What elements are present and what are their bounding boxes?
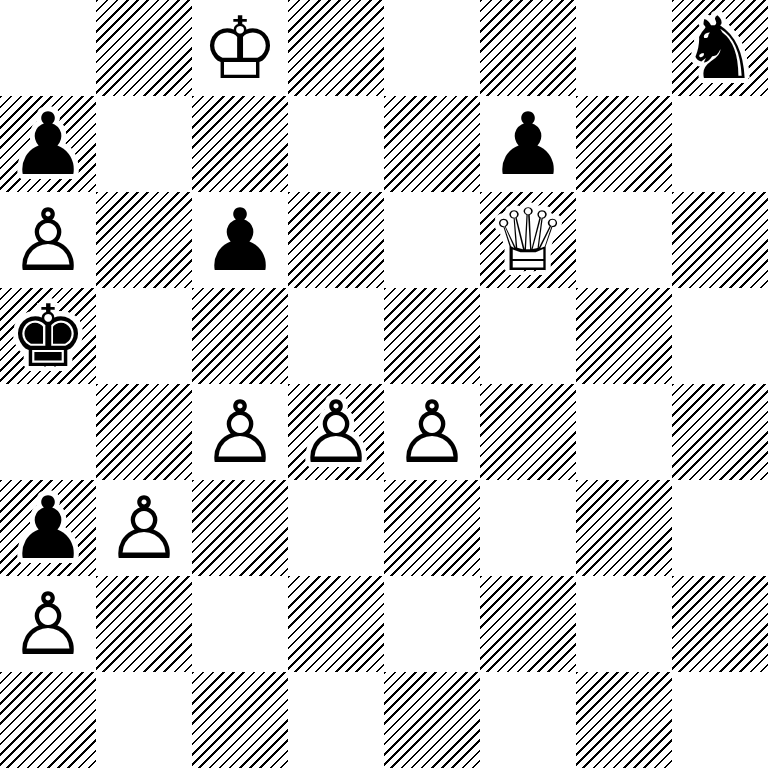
square-h6[interactable]: [672, 192, 768, 288]
square-h5[interactable]: [672, 288, 768, 384]
square-g1[interactable]: [576, 672, 672, 768]
square-h7[interactable]: [672, 96, 768, 192]
black-knight-piece: ♞♞: [672, 0, 768, 96]
square-d7[interactable]: [288, 96, 384, 192]
square-b6[interactable]: [96, 192, 192, 288]
square-c7[interactable]: [192, 96, 288, 192]
piece-glyph: ♙: [192, 384, 288, 480]
piece-glyph: ♙: [384, 384, 480, 480]
square-e3[interactable]: [384, 480, 480, 576]
square-f2[interactable]: [480, 576, 576, 672]
square-g3[interactable]: [576, 480, 672, 576]
white-pawn-piece: ♟♙: [192, 384, 288, 480]
square-d6[interactable]: [288, 192, 384, 288]
piece-glyph: ♟: [192, 192, 288, 288]
square-b7[interactable]: [96, 96, 192, 192]
square-f6[interactable]: ♛♕: [480, 192, 576, 288]
square-d3[interactable]: [288, 480, 384, 576]
square-a4[interactable]: [0, 384, 96, 480]
piece-glyph: ♟: [0, 96, 96, 192]
square-f5[interactable]: [480, 288, 576, 384]
square-a7[interactable]: ♟♟: [0, 96, 96, 192]
piece-glyph: ♙: [288, 384, 384, 480]
square-h3[interactable]: [672, 480, 768, 576]
square-e6[interactable]: [384, 192, 480, 288]
black-king-piece: ♚♚: [0, 288, 96, 384]
white-queen-piece: ♛♕: [480, 192, 576, 288]
chess-board: ♚♔♞♞♟♟♟♟♟♙♟♟♛♕♚♚♟♙♟♙♟♙♟♟♟♙♟♙: [0, 0, 768, 768]
square-h4[interactable]: [672, 384, 768, 480]
piece-glyph: ♞: [672, 0, 768, 96]
square-d8[interactable]: [288, 0, 384, 96]
white-pawn-piece: ♟♙: [288, 384, 384, 480]
square-f7[interactable]: ♟♟: [480, 96, 576, 192]
square-h8[interactable]: ♞♞: [672, 0, 768, 96]
piece-glyph: ♟: [480, 96, 576, 192]
square-a6[interactable]: ♟♙: [0, 192, 96, 288]
square-b2[interactable]: [96, 576, 192, 672]
square-c6[interactable]: ♟♟: [192, 192, 288, 288]
square-c8[interactable]: ♚♔: [192, 0, 288, 96]
square-a8[interactable]: [0, 0, 96, 96]
black-pawn-piece: ♟♟: [480, 96, 576, 192]
square-b8[interactable]: [96, 0, 192, 96]
square-c2[interactable]: [192, 576, 288, 672]
square-c1[interactable]: [192, 672, 288, 768]
square-g2[interactable]: [576, 576, 672, 672]
square-c5[interactable]: [192, 288, 288, 384]
square-d2[interactable]: [288, 576, 384, 672]
square-g5[interactable]: [576, 288, 672, 384]
square-b1[interactable]: [96, 672, 192, 768]
square-a2[interactable]: ♟♙: [0, 576, 96, 672]
black-pawn-piece: ♟♟: [0, 480, 96, 576]
square-a1[interactable]: [0, 672, 96, 768]
square-c4[interactable]: ♟♙: [192, 384, 288, 480]
piece-glyph: ♕: [480, 192, 576, 288]
piece-glyph: ♔: [192, 0, 288, 96]
white-pawn-piece: ♟♙: [384, 384, 480, 480]
square-c3[interactable]: [192, 480, 288, 576]
piece-glyph: ♟: [0, 480, 96, 576]
square-g4[interactable]: [576, 384, 672, 480]
square-e4[interactable]: ♟♙: [384, 384, 480, 480]
square-g7[interactable]: [576, 96, 672, 192]
piece-glyph: ♚: [0, 288, 96, 384]
piece-glyph: ♙: [96, 480, 192, 576]
square-f4[interactable]: [480, 384, 576, 480]
square-f8[interactable]: [480, 0, 576, 96]
piece-glyph: ♙: [0, 576, 96, 672]
piece-glyph: ♙: [0, 192, 96, 288]
white-king-piece: ♚♔: [192, 0, 288, 96]
square-e2[interactable]: [384, 576, 480, 672]
square-b5[interactable]: [96, 288, 192, 384]
square-g8[interactable]: [576, 0, 672, 96]
square-b4[interactable]: [96, 384, 192, 480]
square-f3[interactable]: [480, 480, 576, 576]
square-d5[interactable]: [288, 288, 384, 384]
black-pawn-piece: ♟♟: [0, 96, 96, 192]
square-f1[interactable]: [480, 672, 576, 768]
square-h1[interactable]: [672, 672, 768, 768]
square-a3[interactable]: ♟♟: [0, 480, 96, 576]
white-pawn-piece: ♟♙: [0, 576, 96, 672]
square-d1[interactable]: [288, 672, 384, 768]
square-b3[interactable]: ♟♙: [96, 480, 192, 576]
square-e5[interactable]: [384, 288, 480, 384]
square-a5[interactable]: ♚♚: [0, 288, 96, 384]
square-e7[interactable]: [384, 96, 480, 192]
white-pawn-piece: ♟♙: [96, 480, 192, 576]
black-pawn-piece: ♟♟: [192, 192, 288, 288]
square-d4[interactable]: ♟♙: [288, 384, 384, 480]
white-pawn-piece: ♟♙: [0, 192, 96, 288]
square-e1[interactable]: [384, 672, 480, 768]
square-e8[interactable]: [384, 0, 480, 96]
square-g6[interactable]: [576, 192, 672, 288]
square-h2[interactable]: [672, 576, 768, 672]
